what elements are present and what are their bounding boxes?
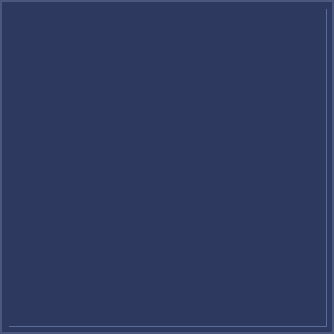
board-frame: [0, 0, 334, 334]
chess-board: [8, 8, 326, 326]
